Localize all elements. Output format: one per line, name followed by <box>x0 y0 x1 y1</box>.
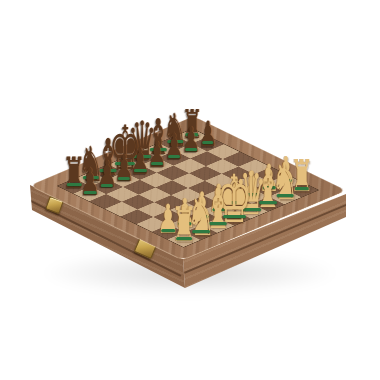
board-top-surface <box>30 116 347 260</box>
chess-box-product-photo: ♜♞♝♛♚♝♞♜♟♟♟♟♟♟♟♟♟♟♟♟♟♟♟♟♜♞♝♛♚♝♞♜ <box>0 0 380 380</box>
